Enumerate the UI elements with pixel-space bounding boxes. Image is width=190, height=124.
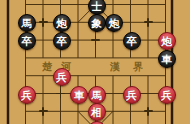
piece-red-soldier[interactable]: 兵 (158, 86, 176, 104)
piece-red-chariot[interactable]: 車 (70, 86, 88, 104)
point-marker (39, 107, 48, 116)
point-marker (91, 36, 100, 45)
piece-red-cannon[interactable]: 炮 (158, 32, 176, 50)
piece-red-soldier[interactable]: 兵 (53, 68, 71, 86)
piece-red-soldier[interactable]: 兵 (18, 86, 36, 104)
point-marker (39, 18, 48, 27)
point-marker (144, 107, 153, 116)
piece-red-elephant[interactable]: 相 (88, 103, 106, 121)
river-text-jie: 界 (133, 60, 143, 74)
piece-black-soldier[interactable]: 卒 (53, 32, 71, 50)
piece-red-horse[interactable]: 馬 (88, 86, 106, 104)
river-text-han: 漢 (110, 60, 120, 74)
point-marker (144, 18, 153, 27)
xiangqi-board: 楚 河 漢 界 士馬炮象炮卒卒卒炮車兵兵車馬兵兵相仕 (0, 0, 190, 124)
piece-black-elephant[interactable]: 象 (88, 14, 106, 32)
piece-black-soldier[interactable]: 卒 (123, 32, 141, 50)
piece-black-cannon[interactable]: 炮 (53, 14, 71, 32)
piece-red-soldier[interactable]: 兵 (123, 86, 141, 104)
river-text-chu: 楚 (42, 60, 52, 74)
piece-black-soldier[interactable]: 卒 (18, 32, 36, 50)
piece-black-horse[interactable]: 馬 (18, 14, 36, 32)
piece-black-chariot[interactable]: 車 (158, 50, 176, 68)
point-marker (56, 89, 65, 98)
piece-black-advisor[interactable]: 士 (88, 0, 106, 15)
